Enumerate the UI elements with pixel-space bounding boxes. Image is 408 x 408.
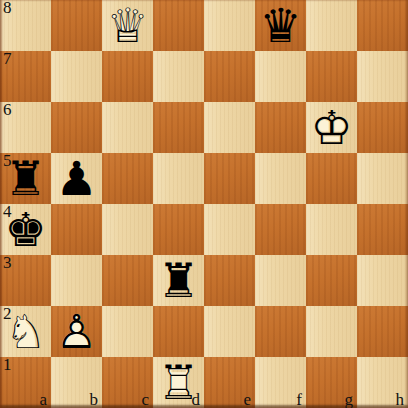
file-label-g: g	[345, 391, 354, 408]
square-h8[interactable]	[357, 0, 408, 51]
square-e4[interactable]	[204, 204, 255, 255]
file-label-e: e	[243, 391, 251, 408]
square-a3[interactable]: 3	[0, 255, 51, 306]
square-g8[interactable]	[306, 0, 357, 51]
square-b8[interactable]	[51, 0, 102, 51]
square-e6[interactable]	[204, 102, 255, 153]
square-a6[interactable]: 6	[0, 102, 51, 153]
square-c7[interactable]	[102, 51, 153, 102]
square-a1[interactable]: 1a	[0, 357, 51, 408]
square-b1[interactable]: b	[51, 357, 102, 408]
file-label-a: a	[39, 391, 47, 408]
square-h4[interactable]	[357, 204, 408, 255]
white-king-icon: ♔	[306, 102, 357, 153]
square-b4[interactable]	[51, 204, 102, 255]
square-d3[interactable]: ♜	[153, 255, 204, 306]
square-g3[interactable]	[306, 255, 357, 306]
square-d8[interactable]	[153, 0, 204, 51]
rank-label-4: 4	[3, 203, 12, 222]
black-pawn-icon: ♟	[51, 153, 102, 204]
square-a4[interactable]: 4♚	[0, 204, 51, 255]
square-c1[interactable]: c	[102, 357, 153, 408]
square-f7[interactable]	[255, 51, 306, 102]
rank-label-7: 7	[3, 50, 12, 69]
square-f6[interactable]	[255, 102, 306, 153]
square-g2[interactable]	[306, 306, 357, 357]
square-d2[interactable]	[153, 306, 204, 357]
square-f1[interactable]: f	[255, 357, 306, 408]
square-f2[interactable]	[255, 306, 306, 357]
white-queen[interactable]: ♛♕	[102, 0, 153, 51]
square-d7[interactable]	[153, 51, 204, 102]
file-label-h: h	[396, 391, 405, 408]
rank-label-3: 3	[3, 254, 12, 273]
square-c3[interactable]	[102, 255, 153, 306]
square-d5[interactable]	[153, 153, 204, 204]
black-pawn[interactable]: ♟	[51, 153, 102, 204]
square-b3[interactable]	[51, 255, 102, 306]
rank-label-1: 1	[3, 356, 12, 375]
file-label-d: d	[192, 391, 201, 408]
white-king[interactable]: ♚♔	[306, 102, 357, 153]
square-h2[interactable]	[357, 306, 408, 357]
square-h1[interactable]: h	[357, 357, 408, 408]
square-c4[interactable]	[102, 204, 153, 255]
rank-label-5: 5	[3, 152, 12, 171]
square-f3[interactable]	[255, 255, 306, 306]
square-d4[interactable]	[153, 204, 204, 255]
file-label-f: f	[296, 391, 302, 408]
rank-label-8: 8	[3, 0, 12, 18]
square-e3[interactable]	[204, 255, 255, 306]
square-c8[interactable]: ♛♕	[102, 0, 153, 51]
square-g5[interactable]	[306, 153, 357, 204]
square-c2[interactable]	[102, 306, 153, 357]
square-h6[interactable]	[357, 102, 408, 153]
square-f5[interactable]	[255, 153, 306, 204]
square-f4[interactable]	[255, 204, 306, 255]
square-g1[interactable]: g	[306, 357, 357, 408]
chess-board: 8♛♕♛76♚♔5♜♟4♚3♜2♞♘♟♙1abcd♜♖efgh	[0, 0, 408, 408]
square-e8[interactable]	[204, 0, 255, 51]
square-a8[interactable]: 8	[0, 0, 51, 51]
square-g4[interactable]	[306, 204, 357, 255]
square-e7[interactable]	[204, 51, 255, 102]
square-b2[interactable]: ♟♙	[51, 306, 102, 357]
square-b7[interactable]	[51, 51, 102, 102]
square-d1[interactable]: d♜♖	[153, 357, 204, 408]
black-rook[interactable]: ♜	[153, 255, 204, 306]
white-queen-icon: ♕	[102, 0, 153, 51]
file-label-b: b	[90, 391, 99, 408]
black-queen-icon: ♛	[255, 0, 306, 51]
square-e5[interactable]	[204, 153, 255, 204]
square-h5[interactable]	[357, 153, 408, 204]
square-a2[interactable]: 2♞♘	[0, 306, 51, 357]
square-h3[interactable]	[357, 255, 408, 306]
square-a7[interactable]: 7	[0, 51, 51, 102]
rank-label-6: 6	[3, 101, 12, 120]
white-pawn-icon: ♙	[51, 306, 102, 357]
square-e1[interactable]: e	[204, 357, 255, 408]
black-queen[interactable]: ♛	[255, 0, 306, 51]
square-g6[interactable]: ♚♔	[306, 102, 357, 153]
square-g7[interactable]	[306, 51, 357, 102]
black-rook-icon: ♜	[153, 255, 204, 306]
square-c5[interactable]	[102, 153, 153, 204]
square-f8[interactable]: ♛	[255, 0, 306, 51]
square-d6[interactable]	[153, 102, 204, 153]
file-label-c: c	[141, 391, 149, 408]
square-a5[interactable]: 5♜	[0, 153, 51, 204]
rank-label-2: 2	[3, 305, 12, 324]
square-b6[interactable]	[51, 102, 102, 153]
white-pawn[interactable]: ♟♙	[51, 306, 102, 357]
square-e2[interactable]	[204, 306, 255, 357]
square-h7[interactable]	[357, 51, 408, 102]
square-c6[interactable]	[102, 102, 153, 153]
square-b5[interactable]: ♟	[51, 153, 102, 204]
